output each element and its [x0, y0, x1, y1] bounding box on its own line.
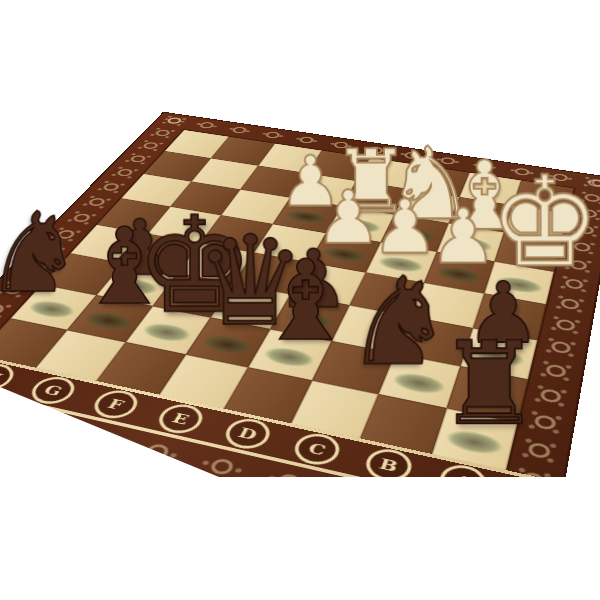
- product-photo: ♟♜♞♝♟♟♟♚♟♟♟♞♝♚♛♝♞♜ HGFEDCBA: [0, 0, 600, 600]
- piece-black-knight: ♞: [21, 198, 83, 308]
- piece-black-bishop: ♝: [77, 214, 140, 320]
- piece-black-rook: ♜: [438, 327, 511, 442]
- piece-black-bishop: ♝: [256, 246, 322, 357]
- piece-black-king: ♚: [135, 199, 199, 332]
- piece-black-queen: ♛: [195, 220, 260, 344]
- chess-board-grid: ♟♜♞♝♟♟♟♚♟♟♟♞♝♚♛♝♞♜: [0, 130, 574, 471]
